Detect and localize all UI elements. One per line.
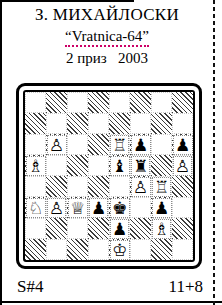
square-a3: ♘ xyxy=(25,197,46,218)
square-e1: ♔ xyxy=(109,239,130,260)
square-c5 xyxy=(67,155,88,176)
stipulation-label: S#4 xyxy=(17,277,43,297)
square-a8 xyxy=(25,92,46,113)
square-g4: ♖ xyxy=(151,176,172,197)
square-d6 xyxy=(88,134,109,155)
square-h1 xyxy=(172,239,193,260)
square-b6: ♙ xyxy=(46,134,67,155)
square-b7 xyxy=(46,113,67,134)
square-d7 xyxy=(88,113,109,134)
square-a4 xyxy=(25,176,46,197)
piece-white-knight: ♘ xyxy=(26,198,46,218)
square-a6 xyxy=(25,134,46,155)
chess-board: ♙♖♟♟♗♝♜♙♙♖♘♙♕♟♚♟♟♗♔ xyxy=(25,92,193,260)
piece-white-rook: ♖ xyxy=(152,177,171,197)
square-f6: ♟ xyxy=(130,134,151,155)
square-e2: ♟ xyxy=(109,218,130,239)
chess-board-inner-frame: ♙♖♟♟♗♝♜♙♙♖♘♙♕♟♚♟♟♗♔ xyxy=(23,90,195,262)
piece-black-bishop: ♝ xyxy=(110,156,130,176)
square-c4 xyxy=(67,176,88,197)
square-b2 xyxy=(46,218,67,239)
square-f5: ♜ xyxy=(130,155,151,176)
square-h5: ♙ xyxy=(172,155,193,176)
square-h6: ♟ xyxy=(172,134,193,155)
material-count-label: 11+8 xyxy=(169,277,203,297)
square-e3: ♚ xyxy=(109,197,130,218)
piece-white-king: ♔ xyxy=(110,240,130,260)
piece-white-queen: ♕ xyxy=(68,198,88,218)
piece-white-pawn: ♙ xyxy=(131,177,151,197)
square-f7 xyxy=(130,113,151,134)
piece-white-bishop: ♗ xyxy=(152,219,171,239)
square-e6: ♖ xyxy=(109,134,130,155)
piece-white-bishop: ♗ xyxy=(26,156,46,176)
square-d2 xyxy=(88,218,109,239)
square-f3 xyxy=(130,197,151,218)
piece-black-pawn: ♟ xyxy=(152,198,172,218)
square-a2 xyxy=(25,218,46,239)
page-margin-dashed-line xyxy=(213,0,215,305)
piece-white-rook: ♖ xyxy=(110,135,129,155)
square-e5: ♝ xyxy=(109,155,130,176)
square-e7 xyxy=(109,113,130,134)
square-c2 xyxy=(67,218,88,239)
piece-white-pawn: ♙ xyxy=(47,135,67,155)
square-b4 xyxy=(46,176,67,197)
square-b1 xyxy=(46,239,67,260)
square-g2: ♗ xyxy=(151,218,172,239)
square-b3: ♙ xyxy=(46,197,67,218)
piece-black-king: ♚ xyxy=(110,198,130,218)
square-f8 xyxy=(130,92,151,113)
document-page: З. МИХАЙЛОСКИ “Vratnica-64” 2 приз 2003 … xyxy=(0,0,222,305)
square-a1 xyxy=(25,239,46,260)
source-title: “Vratnica-64” xyxy=(2,29,212,44)
piece-black-pawn: ♟ xyxy=(110,219,129,239)
square-g1 xyxy=(151,239,172,260)
square-a5: ♗ xyxy=(25,155,46,176)
square-e8 xyxy=(109,92,130,113)
square-h4 xyxy=(172,176,193,197)
square-f1 xyxy=(130,239,151,260)
square-c8 xyxy=(67,92,88,113)
page-border-top xyxy=(0,0,134,2)
piece-white-pawn: ♙ xyxy=(47,198,66,218)
piece-black-pawn: ♟ xyxy=(89,198,108,218)
square-c6 xyxy=(67,134,88,155)
source-title-text: “Vratnica-64” xyxy=(65,28,149,47)
square-d8 xyxy=(88,92,109,113)
piece-black-rook: ♜ xyxy=(131,156,150,176)
square-f4: ♙ xyxy=(130,176,151,197)
square-b8 xyxy=(46,92,67,113)
square-d1 xyxy=(88,239,109,260)
square-c7 xyxy=(67,113,88,134)
square-d5 xyxy=(88,155,109,176)
award-line: 2 приз 2003 xyxy=(2,51,212,66)
square-h2 xyxy=(172,218,193,239)
square-e4 xyxy=(109,176,130,197)
square-d3: ♟ xyxy=(88,197,109,218)
square-c3: ♕ xyxy=(67,197,88,218)
square-f2 xyxy=(130,218,151,239)
square-h8 xyxy=(172,92,193,113)
square-h3 xyxy=(172,197,193,218)
piece-white-pawn: ♙ xyxy=(173,156,192,176)
square-g5 xyxy=(151,155,172,176)
square-d4 xyxy=(88,176,109,197)
square-b5 xyxy=(46,155,67,176)
square-c1 xyxy=(67,239,88,260)
square-h7 xyxy=(172,113,193,134)
square-g7 xyxy=(151,113,172,134)
square-g3: ♟ xyxy=(151,197,172,218)
chess-board-frame: ♙♖♟♟♗♝♜♙♙♖♘♙♕♟♚♟♟♗♔ xyxy=(16,83,202,269)
square-g6 xyxy=(151,134,172,155)
square-g8 xyxy=(151,92,172,113)
piece-black-pawn: ♟ xyxy=(131,135,151,155)
square-a7 xyxy=(25,113,46,134)
piece-black-pawn: ♟ xyxy=(173,135,193,155)
caption-row: S#4 11+8 xyxy=(17,277,203,297)
author-name: З. МИХАЙЛОСКИ xyxy=(2,6,212,23)
page-border-bottom xyxy=(0,301,222,303)
page-border-left xyxy=(0,0,2,305)
